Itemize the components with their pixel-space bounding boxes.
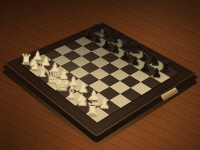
square-e5[interactable] xyxy=(100,63,120,74)
chess-scene: ♜♞♝♛♚♝♞♜♟♟♟♟♟♟♟♟♟♟♟♟♟♟♟♟♜♞♝♛♚♝♞♜ xyxy=(0,0,200,150)
white-rook[interactable]: ♜ xyxy=(84,101,101,118)
black-pawn[interactable]: ♟ xyxy=(149,67,164,80)
